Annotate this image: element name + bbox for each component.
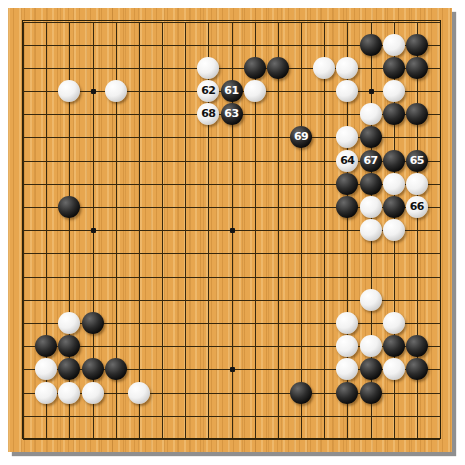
white-stone — [383, 173, 405, 195]
move-number-label: 68 — [197, 103, 219, 125]
white-stone — [313, 57, 335, 79]
white-stone — [360, 335, 382, 357]
white-stone — [406, 173, 428, 195]
white-stone — [128, 382, 150, 404]
black-stone — [383, 150, 405, 172]
white-stone — [383, 80, 405, 102]
white-stone — [360, 219, 382, 241]
black-stone — [383, 57, 405, 79]
white-stone: 62 — [197, 80, 219, 102]
white-stone — [58, 382, 80, 404]
black-stone — [406, 335, 428, 357]
black-stone — [360, 358, 382, 380]
white-stone: 64 — [336, 150, 358, 172]
move-number-label: 69 — [290, 126, 312, 148]
white-stone — [360, 196, 382, 218]
star-point — [91, 228, 96, 233]
move-number-label: 61 — [221, 80, 243, 102]
white-stone: 68 — [197, 103, 219, 125]
white-stone — [360, 289, 382, 311]
black-stone — [406, 57, 428, 79]
star-point — [230, 367, 235, 372]
black-stone — [360, 173, 382, 195]
move-number-label: 66 — [406, 196, 428, 218]
go-diagram: 626168636964676566 — [0, 0, 465, 465]
black-stone — [360, 382, 382, 404]
white-stone — [105, 80, 127, 102]
star-point — [230, 228, 235, 233]
black-stone — [105, 358, 127, 380]
black-stone — [406, 103, 428, 125]
white-stone — [383, 34, 405, 56]
black-stone: 67 — [360, 150, 382, 172]
black-stone — [383, 103, 405, 125]
black-stone: 63 — [221, 103, 243, 125]
black-stone — [82, 358, 104, 380]
black-stone — [360, 126, 382, 148]
white-stone — [360, 103, 382, 125]
black-stone — [406, 34, 428, 56]
black-stone: 65 — [406, 150, 428, 172]
black-stone — [82, 312, 104, 334]
move-number-label: 62 — [197, 80, 219, 102]
black-stone: 61 — [221, 80, 243, 102]
go-board[interactable]: 626168636964676566 — [8, 8, 452, 452]
black-stone: 69 — [290, 126, 312, 148]
white-stone — [383, 219, 405, 241]
move-number-label: 64 — [336, 150, 358, 172]
black-stone — [336, 382, 358, 404]
black-stone — [290, 382, 312, 404]
white-stone: 66 — [406, 196, 428, 218]
black-stone — [383, 335, 405, 357]
black-stone — [244, 57, 266, 79]
black-stone — [383, 196, 405, 218]
white-stone — [244, 80, 266, 102]
white-stone — [383, 358, 405, 380]
move-number-label: 63 — [221, 103, 243, 125]
move-number-label: 67 — [360, 150, 382, 172]
move-number-label: 65 — [406, 150, 428, 172]
black-stone — [360, 34, 382, 56]
star-point — [369, 89, 374, 94]
white-stone — [35, 382, 57, 404]
black-stone — [267, 57, 289, 79]
white-stone — [383, 312, 405, 334]
star-point — [91, 89, 96, 94]
white-stone — [82, 382, 104, 404]
